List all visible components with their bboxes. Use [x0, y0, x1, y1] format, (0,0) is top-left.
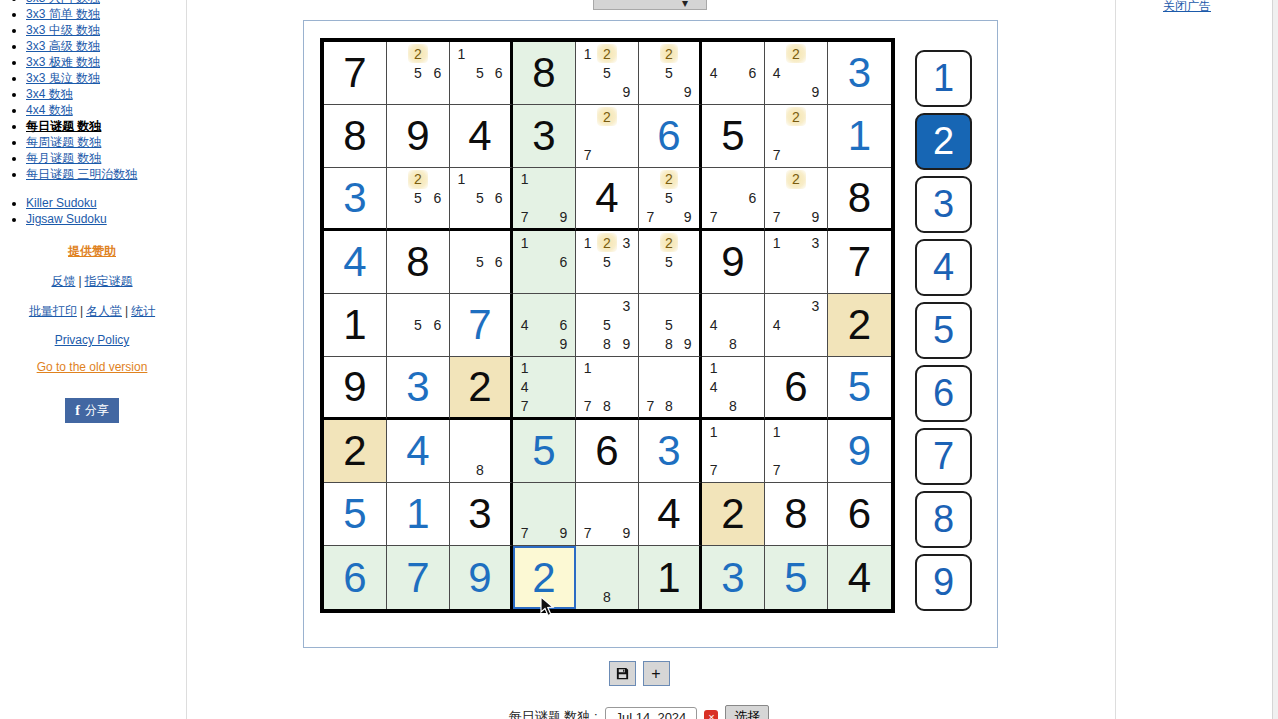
sudoku-cell-r1c5[interactable]: 1259	[576, 42, 639, 105]
sidebar-list-item: 每月谜题 数独	[26, 150, 186, 166]
pencil-mark-9: 9	[678, 207, 697, 226]
pencil-grid: 1235	[578, 233, 636, 291]
sudoku-cell-r6c8[interactable]: 6	[765, 357, 828, 420]
sudoku-cell-r8c2[interactable]: 1	[387, 483, 450, 546]
pencil-mark-1: 1	[515, 233, 534, 252]
sudoku-cell-r4c8[interactable]: 13	[765, 231, 828, 294]
sudoku-cell-r6c5[interactable]: 178	[576, 357, 639, 420]
sudoku-cell-r7c3[interactable]: 8	[450, 420, 513, 483]
given-digit: 2	[343, 430, 366, 472]
sudoku-cell-r3c5[interactable]: 4	[576, 168, 639, 231]
user-digit: 9	[468, 557, 491, 599]
sudoku-cell-r9c4[interactable]: 2	[513, 546, 576, 609]
given-digit: 2	[468, 366, 491, 408]
sidebar-list-item: 3x3 简单 数独	[26, 6, 186, 22]
numpad-button-4[interactable]: 4	[915, 239, 972, 296]
sidebar-item-12[interactable]: Killer Sudoku	[26, 196, 97, 210]
separator: |	[80, 304, 83, 318]
sudoku-cell-r4c9[interactable]: 7	[828, 231, 891, 294]
sudoku-cell-r5c3[interactable]: 7	[450, 294, 513, 357]
sudoku-cell-r7c8[interactable]: 17	[765, 420, 828, 483]
pencil-grid: 16	[515, 233, 573, 291]
user-digit: 5	[343, 493, 366, 535]
pencil-mark-9: 9	[806, 207, 825, 226]
numpad-button-3[interactable]: 3	[915, 176, 972, 233]
sudoku-cell-r4c3[interactable]: 56	[450, 231, 513, 294]
numpad-button-2[interactable]: 2	[915, 113, 972, 170]
sidebar-list-item: 3x3 鬼泣 数独	[26, 70, 186, 86]
pencil-grid: 56	[389, 296, 447, 354]
pencil-mark-6: 6	[743, 189, 762, 208]
user-digit: 4	[406, 430, 429, 472]
stats-link[interactable]: 统计	[131, 304, 155, 318]
pencil-mark-3: 3	[617, 296, 636, 315]
sudoku-cell-r5c6[interactable]: 589	[639, 294, 702, 357]
separator: |	[125, 304, 128, 318]
pencil-mark-8: 8	[597, 335, 616, 354]
pencil-grid: 17	[704, 422, 762, 480]
pencil-mark-2: 2	[786, 107, 805, 126]
pencil-grid: 2579	[641, 170, 697, 226]
pencil-grid: 48	[704, 296, 762, 354]
sudoku-cell-r6c4[interactable]: 147	[513, 357, 576, 420]
sudoku-cell-r9c8[interactable]: 5	[765, 546, 828, 609]
sudoku-cell-r6c7[interactable]: 148	[702, 357, 765, 420]
save-button[interactable]	[609, 661, 636, 686]
sudoku-cell-r9c2[interactable]: 7	[387, 546, 450, 609]
pencil-mark-5: 5	[408, 63, 427, 82]
pencil-grid: 279	[767, 170, 825, 226]
pencil-grid: 27	[578, 107, 636, 165]
sudoku-cell-r4c7[interactable]: 9	[702, 231, 765, 294]
close-ads-link[interactable]: 关闭广告	[1163, 0, 1211, 15]
given-digit: 3	[532, 115, 555, 157]
chevron-down-icon: ▾	[682, 0, 688, 10]
sudoku-cell-r8c5[interactable]: 79	[576, 483, 639, 546]
sidebar: 3x3 入门 数独3x3 简单 数独3x3 中级 数独3x3 高级 数独3x3 …	[4, 0, 186, 423]
numpad-button-9[interactable]: 9	[915, 554, 972, 611]
pencil-grid: 156	[452, 170, 508, 226]
puzzle-type-label: 每日谜题 数独 :	[509, 708, 598, 719]
pencil-mark-6: 6	[489, 63, 508, 82]
numpad-button-7[interactable]: 7	[915, 428, 972, 485]
pencil-mark-7: 7	[704, 207, 723, 226]
sudoku-cell-r7c5[interactable]: 6	[576, 420, 639, 483]
pencil-mark-2: 2	[408, 44, 427, 63]
sudoku-cell-r3c4[interactable]: 179	[513, 168, 576, 231]
pencil-mark-1: 1	[578, 359, 597, 378]
pencil-mark-7: 7	[641, 396, 660, 415]
sudoku-cell-r5c1[interactable]: 1	[324, 294, 387, 357]
pencil-grid: 25	[641, 233, 697, 291]
pencil-mark-2: 2	[660, 170, 679, 189]
sudoku-cell-r1c2[interactable]: 256	[387, 42, 450, 105]
sudoku-cell-r5c5[interactable]: 3589	[576, 294, 639, 357]
given-digit: 4	[657, 493, 680, 535]
pencil-mark-7: 7	[578, 396, 597, 415]
pencil-grid: 178	[578, 359, 636, 415]
sidebar-item-11[interactable]: 每日谜题 三明治数独	[26, 167, 137, 181]
pencil-mark-7: 7	[515, 396, 534, 415]
sudoku-cell-r4c1[interactable]: 4	[324, 231, 387, 294]
sudoku-cell-r1c9[interactable]: 3	[828, 42, 891, 105]
pencil-mark-1: 1	[452, 170, 471, 189]
pencil-mark-4: 4	[704, 63, 723, 82]
pencil-grid: 3589	[578, 296, 636, 354]
sudoku-cell-r6c9[interactable]: 5	[828, 357, 891, 420]
sudoku-cell-r6c2[interactable]: 3	[387, 357, 450, 420]
sudoku-cell-r8c6[interactable]: 4	[639, 483, 702, 546]
sidebar-item-6[interactable]: 3x4 数独	[26, 87, 73, 101]
numpad-button-6[interactable]: 6	[915, 365, 972, 422]
sidebar-item-10[interactable]: 每月谜题 数独	[26, 151, 101, 165]
sidebar-item-5[interactable]: 3x3 鬼泣 数独	[26, 71, 100, 85]
given-digit: 2	[848, 304, 871, 346]
separator: |	[78, 274, 81, 288]
pencil-mark-9: 9	[806, 83, 825, 102]
pencil-mark-5: 5	[660, 252, 679, 271]
sudoku-cell-r8c3[interactable]: 3	[450, 483, 513, 546]
sudoku-cell-r9c1[interactable]: 6	[324, 546, 387, 609]
user-digit: 3	[657, 430, 680, 472]
pencil-mark-6: 6	[428, 63, 447, 82]
sudoku-cell-r7c4[interactable]: 5	[513, 420, 576, 483]
sidebar-item-3[interactable]: 3x3 高级 数独	[26, 39, 100, 53]
user-digit: 5	[848, 366, 871, 408]
sidebar-list-item: 每日谜题 三明治数独	[26, 166, 186, 182]
pencil-mark-6: 6	[554, 252, 573, 271]
sudoku-cell-r8c9[interactable]: 6	[828, 483, 891, 546]
sidebar-item-1[interactable]: 3x3 简单 数独	[26, 7, 100, 21]
sudoku-cell-r8c1[interactable]: 5	[324, 483, 387, 546]
sudoku-cell-r3c9[interactable]: 8	[828, 168, 891, 231]
pencil-mark-7: 7	[515, 524, 534, 543]
pencil-mark-1: 1	[704, 359, 723, 378]
custom-puzzle-link[interactable]: 指定谜题	[85, 274, 133, 288]
sudoku-cell-r5c8[interactable]: 34	[765, 294, 828, 357]
sidebar-item-13[interactable]: Jigsaw Sudoku	[26, 212, 107, 226]
pencil-mark-5: 5	[660, 189, 679, 208]
sudoku-cell-r2c1[interactable]: 8	[324, 105, 387, 168]
sudoku-cell-r1c3[interactable]: 156	[450, 42, 513, 105]
pencil-mark-4: 4	[515, 315, 534, 334]
given-digit: 8	[343, 115, 366, 157]
pencil-mark-7: 7	[704, 461, 723, 480]
sponsor-link[interactable]: 提供赞助	[68, 243, 116, 260]
pencil-grid: 1259	[578, 44, 636, 102]
sudoku-cell-r7c2[interactable]: 4	[387, 420, 450, 483]
numpad-button-1[interactable]: 1	[915, 50, 972, 107]
sudoku-cell-r5c2[interactable]: 56	[387, 294, 450, 357]
pencil-mark-7: 7	[641, 207, 660, 226]
sudoku-cell-r1c8[interactable]: 249	[765, 42, 828, 105]
user-digit: 9	[848, 430, 871, 472]
sidebar-item-4[interactable]: 3x3 极难 数独	[26, 55, 100, 69]
pencil-mark-7: 7	[767, 146, 786, 165]
pencil-grid: 179	[515, 170, 573, 226]
feedback-link[interactable]: 反馈	[51, 274, 75, 288]
add-button[interactable]: +	[643, 661, 670, 686]
sudoku-cell-r5c4[interactable]: 469	[513, 294, 576, 357]
pencil-grid: 589	[641, 296, 697, 354]
user-digit: 1	[406, 493, 429, 535]
sudoku-cell-r2c5[interactable]: 27	[576, 105, 639, 168]
given-digit: 2	[721, 493, 744, 535]
sudoku-cell-r6c6[interactable]: 78	[639, 357, 702, 420]
pencil-grid: 147	[515, 359, 573, 415]
tools-row: 批量打印|名人堂|统计	[4, 303, 180, 320]
sudoku-cell-r2c6[interactable]: 6	[639, 105, 702, 168]
user-digit: 7	[468, 304, 491, 346]
given-digit: 6	[595, 430, 618, 472]
given-digit: 4	[595, 177, 618, 219]
pencil-grid: 8	[578, 548, 636, 607]
pencil-mark-8: 8	[723, 335, 742, 354]
numpad-button-5[interactable]: 5	[915, 302, 972, 359]
pencil-mark-8: 8	[597, 396, 616, 415]
select-date-button[interactable]: 选择	[725, 705, 769, 719]
sudoku-cell-r2c2[interactable]: 9	[387, 105, 450, 168]
pencil-mark-5: 5	[408, 315, 427, 334]
pencil-mark-9: 9	[617, 335, 636, 354]
pencil-mark-7: 7	[767, 461, 786, 480]
pencil-mark-8: 8	[597, 587, 616, 607]
pencil-mark-5: 5	[471, 63, 490, 82]
privacy-policy-link[interactable]: Privacy Policy	[55, 333, 130, 347]
sudoku-cell-r4c5[interactable]: 1235	[576, 231, 639, 294]
pencil-mark-5: 5	[660, 63, 679, 82]
sudoku-cell-r9c5[interactable]: 8	[576, 546, 639, 609]
pencil-mark-9: 9	[554, 524, 573, 543]
pencil-mark-6: 6	[428, 189, 447, 208]
pencil-mark-5: 5	[597, 63, 616, 82]
user-digit: 6	[657, 115, 680, 157]
given-digit: 7	[848, 241, 871, 283]
sudoku-cell-r3c2[interactable]: 256	[387, 168, 450, 231]
sudoku-cell-r3c7[interactable]: 67	[702, 168, 765, 231]
pencil-mark-9: 9	[554, 207, 573, 226]
pencil-mark-7: 7	[578, 146, 597, 165]
sidebar-list-item: Killer Sudoku	[26, 195, 186, 211]
pencil-grid: 249	[767, 44, 825, 102]
sudoku-cell-r3c3[interactable]: 156	[450, 168, 513, 231]
pencil-mark-8: 8	[660, 396, 679, 415]
sudoku-cell-r2c4[interactable]: 3	[513, 105, 576, 168]
pencil-mark-7: 7	[515, 207, 534, 226]
given-digit: 1	[343, 304, 366, 346]
puzzle-select-dropdown[interactable]: ▾	[593, 0, 707, 10]
pencil-grid: 46	[704, 44, 762, 102]
pencil-mark-2: 2	[660, 233, 679, 252]
pencil-mark-5: 5	[597, 252, 616, 271]
scrollbar[interactable]	[1272, 0, 1278, 719]
sudoku-cell-r3c6[interactable]: 2579	[639, 168, 702, 231]
user-digit: 5	[784, 557, 807, 599]
sudoku-cell-r5c9[interactable]: 2	[828, 294, 891, 357]
pencil-mark-7: 7	[578, 524, 597, 543]
pencil-grid: 34	[767, 296, 825, 354]
user-digit: 6	[343, 557, 366, 599]
batch-print-link[interactable]: 批量打印	[29, 304, 77, 318]
floppy-disk-icon	[615, 666, 630, 681]
facebook-share-button[interactable]: f 分享	[65, 398, 119, 423]
sudoku-cell-r6c1[interactable]: 9	[324, 357, 387, 420]
sudoku-cell-r4c2[interactable]: 8	[387, 231, 450, 294]
sidebar-list-item: 每日谜题 数独	[26, 118, 186, 134]
sudoku-cell-r7c9[interactable]: 9	[828, 420, 891, 483]
pencil-mark-5: 5	[597, 315, 616, 334]
hall-of-fame-link[interactable]: 名人堂	[86, 304, 122, 318]
sudoku-cell-r8c7[interactable]: 2	[702, 483, 765, 546]
given-digit: 4	[848, 557, 871, 599]
pencil-mark-1: 1	[452, 44, 471, 63]
pencil-grid: 79	[515, 485, 573, 543]
feedback-row: 反馈|指定谜题	[4, 273, 180, 290]
sidebar-item-2[interactable]: 3x3 中级 数独	[26, 23, 100, 37]
sudoku-cell-r2c9[interactable]: 1	[828, 105, 891, 168]
pencil-grid: 256	[389, 44, 447, 102]
pencil-mark-1: 1	[767, 233, 786, 252]
pencil-mark-3: 3	[806, 296, 825, 315]
pencil-grid: 67	[704, 170, 762, 226]
given-digit: 6	[784, 366, 807, 408]
sudoku-board: 7256156812592594624938943276527132561561…	[320, 38, 895, 613]
pencil-grid: 17	[767, 422, 825, 480]
sudoku-cell-r2c3[interactable]: 4	[450, 105, 513, 168]
sudoku-cell-r1c1[interactable]: 7	[324, 42, 387, 105]
facebook-icon: f	[75, 403, 80, 419]
privacy-row: Privacy Policy	[4, 333, 180, 347]
pencil-mark-5: 5	[471, 252, 490, 271]
sudoku-cell-r5c7[interactable]: 48	[702, 294, 765, 357]
sudoku-cell-r7c7[interactable]: 17	[702, 420, 765, 483]
pencil-grid: 27	[767, 107, 825, 165]
clear-date-icon[interactable]: ×	[704, 710, 718, 719]
sidebar-list-item: 3x3 中级 数独	[26, 22, 186, 38]
given-digit: 8	[848, 177, 871, 219]
pencil-mark-9: 9	[617, 83, 636, 102]
pencil-mark-2: 2	[786, 44, 805, 63]
pencil-grid: 79	[578, 485, 636, 543]
pencil-mark-2: 2	[597, 44, 616, 63]
pencil-mark-6: 6	[743, 63, 762, 82]
pencil-mark-5: 5	[660, 315, 679, 334]
content-divider	[1115, 0, 1116, 719]
given-digit: 1	[657, 557, 680, 599]
pencil-mark-3: 3	[806, 233, 825, 252]
pencil-mark-6: 6	[428, 315, 447, 334]
user-digit: 3	[721, 557, 744, 599]
footer-line: 每日谜题 数独 : Jul 14, 2024 × 选择	[0, 705, 1278, 719]
sidebar-divider	[186, 0, 187, 719]
sudoku-cell-r1c7[interactable]: 46	[702, 42, 765, 105]
sudoku-cell-r7c1[interactable]: 2	[324, 420, 387, 483]
sudoku-cell-r6c3[interactable]: 2	[450, 357, 513, 420]
pencil-grid: 13	[767, 233, 825, 291]
sudoku-cell-r7c6[interactable]: 3	[639, 420, 702, 483]
sidebar-item-9[interactable]: 每周谜题 数独	[26, 135, 101, 149]
sidebar-list-item: 3x3 极难 数独	[26, 54, 186, 70]
user-digit: 1	[848, 115, 871, 157]
pencil-grid: 148	[704, 359, 762, 415]
given-digit: 8	[532, 52, 555, 94]
pencil-mark-1: 1	[515, 359, 534, 378]
given-digit: 8	[784, 493, 807, 535]
pencil-mark-1: 1	[515, 170, 534, 189]
pencil-mark-9: 9	[617, 524, 636, 543]
pencil-mark-2: 2	[786, 170, 805, 189]
user-digit: 4	[343, 241, 366, 283]
pencil-grid: 256	[389, 170, 447, 226]
sidebar-item-8[interactable]: 每日谜题 数独	[26, 119, 101, 133]
pencil-mark-8: 8	[471, 461, 490, 480]
pencil-grid: 156	[452, 44, 508, 102]
pencil-grid: 78	[641, 359, 697, 415]
sudoku-cell-r9c7[interactable]: 3	[702, 546, 765, 609]
sidebar-item-7[interactable]: 4x4 数独	[26, 103, 73, 117]
pencil-mark-7: 7	[767, 207, 786, 226]
sidebar-item-0[interactable]: 3x3 入门 数独	[26, 0, 100, 5]
pencil-mark-3: 3	[617, 233, 636, 252]
pencil-mark-1: 1	[578, 233, 597, 252]
pencil-mark-9: 9	[678, 335, 697, 354]
given-digit: 4	[468, 115, 491, 157]
sudoku-cell-r3c8[interactable]: 279	[765, 168, 828, 231]
user-digit: 3	[406, 366, 429, 408]
pencil-mark-2: 2	[408, 170, 427, 189]
number-pad: 123456789	[915, 50, 972, 611]
old-version-link[interactable]: Go to the old version	[37, 360, 148, 374]
sudoku-cell-r4c4[interactable]: 16	[513, 231, 576, 294]
pencil-mark-4: 4	[767, 63, 786, 82]
pencil-mark-1: 1	[578, 44, 597, 63]
pencil-mark-2: 2	[597, 233, 616, 252]
pencil-mark-4: 4	[515, 378, 534, 397]
date-input[interactable]: Jul 14, 2024	[605, 707, 698, 719]
sudoku-cell-r2c7[interactable]: 5	[702, 105, 765, 168]
pencil-mark-8: 8	[723, 396, 742, 415]
sudoku-cell-r1c4[interactable]: 8	[513, 42, 576, 105]
sudoku-cell-r2c8[interactable]: 27	[765, 105, 828, 168]
pencil-mark-4: 4	[767, 315, 786, 334]
pencil-mark-2: 2	[597, 107, 616, 126]
sudoku-cell-r9c3[interactable]: 9	[450, 546, 513, 609]
sudoku-cell-r4c6[interactable]: 25	[639, 231, 702, 294]
pencil-mark-2: 2	[660, 44, 679, 63]
numpad-button-8[interactable]: 8	[915, 491, 972, 548]
sudoku-cell-r9c9[interactable]: 4	[828, 546, 891, 609]
pencil-mark-5: 5	[471, 189, 490, 208]
sidebar-list-item: 3x4 数独	[26, 86, 186, 102]
pencil-grid: 469	[515, 296, 573, 354]
pencil-mark-6: 6	[489, 252, 508, 271]
sudoku-cell-r8c8[interactable]: 8	[765, 483, 828, 546]
pencil-mark-8: 8	[660, 335, 679, 354]
sudoku-cell-r9c6[interactable]: 1	[639, 546, 702, 609]
pencil-mark-4: 4	[704, 315, 723, 334]
control-row: +	[0, 661, 1278, 686]
sudoku-cell-r3c1[interactable]: 3	[324, 168, 387, 231]
sudoku-cell-r8c4[interactable]: 79	[513, 483, 576, 546]
pencil-grid: 259	[641, 44, 697, 102]
given-digit: 3	[468, 493, 491, 535]
given-digit: 9	[343, 366, 366, 408]
user-digit: 5	[532, 430, 555, 472]
sidebar-list-item: Jigsaw Sudoku	[26, 211, 186, 227]
sudoku-cell-r1c6[interactable]: 259	[639, 42, 702, 105]
share-label: 分享	[85, 402, 109, 419]
pencil-mark-6: 6	[489, 189, 508, 208]
